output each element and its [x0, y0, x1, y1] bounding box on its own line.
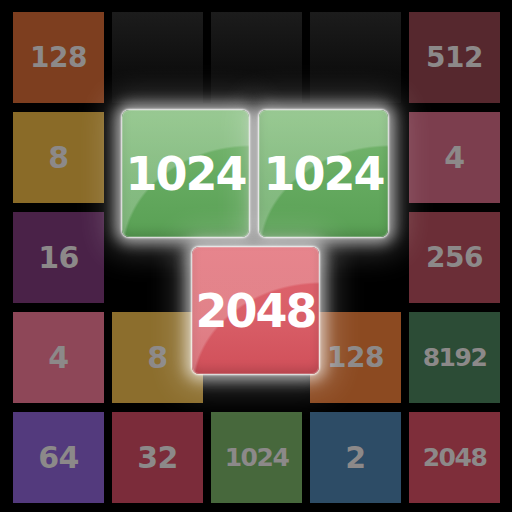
tile-r1c5-512[interactable]: 512: [409, 12, 500, 103]
tile-r5c5-2048[interactable]: 2048: [409, 412, 500, 503]
merge-tile-number: 2048: [195, 288, 315, 334]
tile-number: 128: [30, 44, 87, 72]
tile-r2c1-8[interactable]: 8: [13, 112, 104, 203]
tile-number: 8192: [423, 345, 487, 370]
merge-tile-number: 1024: [263, 151, 383, 197]
tile-number: 4: [444, 143, 464, 173]
tile-r4c1-4[interactable]: 4: [13, 312, 104, 403]
tile-r4c5-8192[interactable]: 8192: [409, 312, 500, 403]
merge-result-tile-2048: 2048: [192, 247, 319, 374]
tile-r5c4-2[interactable]: 2: [310, 412, 401, 503]
empty-cell-r1c4[interactable]: [310, 12, 401, 103]
tile-r2c5-4[interactable]: 4: [409, 112, 500, 203]
tile-r5c3-1024[interactable]: 1024: [211, 412, 302, 503]
tile-r4c2-8[interactable]: 8: [112, 312, 203, 403]
merge-tile-1024-right: 1024: [259, 110, 388, 237]
tile-number: 4: [48, 343, 68, 373]
merge-tile-1024-left: 1024: [122, 110, 249, 237]
merge-tile-number: 1024: [125, 151, 245, 197]
tile-r3c5-256[interactable]: 256: [409, 212, 500, 303]
tile-number: 8: [48, 143, 68, 173]
tile-r4c4-128[interactable]: 128: [310, 312, 401, 403]
tile-number: 128: [327, 344, 384, 372]
tile-number: 2: [345, 443, 365, 473]
empty-cell-r1c2[interactable]: [112, 12, 203, 103]
game-board[interactable]: 1285128416256481288192643210242204810241…: [0, 0, 512, 512]
tile-number: 1024: [225, 445, 289, 470]
tile-number: 2048: [423, 445, 487, 470]
tile-r5c2-32[interactable]: 32: [112, 412, 203, 503]
empty-cell-r1c3[interactable]: [211, 12, 302, 103]
tile-r5c1-64[interactable]: 64: [13, 412, 104, 503]
tile-number: 8: [147, 343, 167, 373]
tile-number: 256: [426, 244, 483, 272]
tile-number: 32: [137, 443, 178, 473]
tile-number: 64: [38, 443, 79, 473]
tile-number: 16: [38, 243, 79, 273]
tile-number: 512: [426, 44, 483, 72]
tile-r1c1-128[interactable]: 128: [13, 12, 104, 103]
tile-r3c1-16[interactable]: 16: [13, 212, 104, 303]
